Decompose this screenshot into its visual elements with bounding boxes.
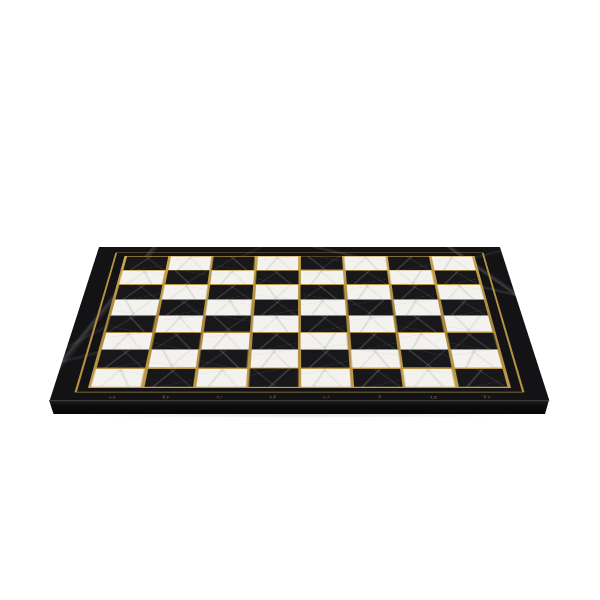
square-g2[interactable] xyxy=(401,350,451,367)
square-a4[interactable] xyxy=(107,316,156,332)
file-label-g: g xyxy=(406,394,461,400)
square-h2[interactable] xyxy=(451,350,502,367)
square-a1[interactable] xyxy=(92,369,145,387)
square-b7[interactable] xyxy=(165,270,209,284)
square-d6[interactable] xyxy=(255,285,298,299)
square-g1[interactable] xyxy=(403,369,455,387)
square-c8[interactable] xyxy=(212,257,254,270)
square-a5[interactable] xyxy=(111,300,159,315)
square-d1[interactable] xyxy=(249,369,298,387)
square-d2[interactable] xyxy=(250,350,298,367)
file-label-a: a xyxy=(85,394,140,400)
square-e1[interactable] xyxy=(301,369,350,387)
square-b3[interactable] xyxy=(152,333,201,349)
chessboard: abcdefgh xyxy=(49,247,549,401)
square-e5[interactable] xyxy=(301,300,345,315)
square-d8[interactable] xyxy=(257,257,299,270)
square-d3[interactable] xyxy=(251,333,298,349)
square-c6[interactable] xyxy=(208,285,252,299)
square-a8[interactable] xyxy=(124,257,168,270)
file-label-h: h xyxy=(459,394,514,400)
square-g5[interactable] xyxy=(394,300,441,315)
square-a2[interactable] xyxy=(97,350,148,367)
square-a3[interactable] xyxy=(102,333,152,349)
square-h8[interactable] xyxy=(431,257,475,270)
square-c2[interactable] xyxy=(199,350,248,367)
gold-frame-line xyxy=(74,253,524,393)
square-f2[interactable] xyxy=(351,350,400,367)
square-h4[interactable] xyxy=(444,316,493,332)
square-d4[interactable] xyxy=(252,316,298,332)
square-c3[interactable] xyxy=(201,333,249,349)
square-a7[interactable] xyxy=(120,270,165,284)
square-g4[interactable] xyxy=(396,316,444,332)
file-label-d: d xyxy=(246,394,300,400)
square-c4[interactable] xyxy=(204,316,251,332)
board-field xyxy=(88,256,511,388)
square-e8[interactable] xyxy=(301,257,343,270)
square-g6[interactable] xyxy=(392,285,437,299)
file-label-b: b xyxy=(138,394,193,400)
square-e6[interactable] xyxy=(301,285,344,299)
square-d7[interactable] xyxy=(256,270,299,284)
square-d5[interactable] xyxy=(254,300,298,315)
square-b1[interactable] xyxy=(144,369,196,387)
square-f1[interactable] xyxy=(352,369,402,387)
square-f5[interactable] xyxy=(347,300,393,315)
square-f4[interactable] xyxy=(349,316,396,332)
square-c7[interactable] xyxy=(210,270,253,284)
square-g3[interactable] xyxy=(398,333,447,349)
square-h6[interactable] xyxy=(437,285,483,299)
square-a6[interactable] xyxy=(115,285,161,299)
square-c5[interactable] xyxy=(206,300,252,315)
square-f8[interactable] xyxy=(344,257,386,270)
square-e2[interactable] xyxy=(301,350,349,367)
board-shadow xyxy=(60,412,540,418)
square-b2[interactable] xyxy=(148,350,198,367)
file-coordinates: abcdefgh xyxy=(85,394,515,400)
square-f3[interactable] xyxy=(350,333,398,349)
square-h3[interactable] xyxy=(447,333,497,349)
square-b4[interactable] xyxy=(155,316,203,332)
file-label-e: e xyxy=(300,394,354,400)
square-e3[interactable] xyxy=(301,333,348,349)
file-label-c: c xyxy=(192,394,246,400)
file-label-f: f xyxy=(353,394,407,400)
square-h5[interactable] xyxy=(440,300,488,315)
square-b8[interactable] xyxy=(168,257,211,270)
square-g8[interactable] xyxy=(388,257,431,270)
square-h1[interactable] xyxy=(455,369,508,387)
square-c1[interactable] xyxy=(196,369,246,387)
square-f6[interactable] xyxy=(346,285,390,299)
square-e7[interactable] xyxy=(301,270,344,284)
product-photo-scene: abcdefgh xyxy=(0,0,600,600)
square-g7[interactable] xyxy=(390,270,434,284)
square-h7[interactable] xyxy=(434,270,479,284)
square-b5[interactable] xyxy=(159,300,206,315)
square-f7[interactable] xyxy=(345,270,388,284)
square-e4[interactable] xyxy=(301,316,347,332)
square-b6[interactable] xyxy=(162,285,207,299)
